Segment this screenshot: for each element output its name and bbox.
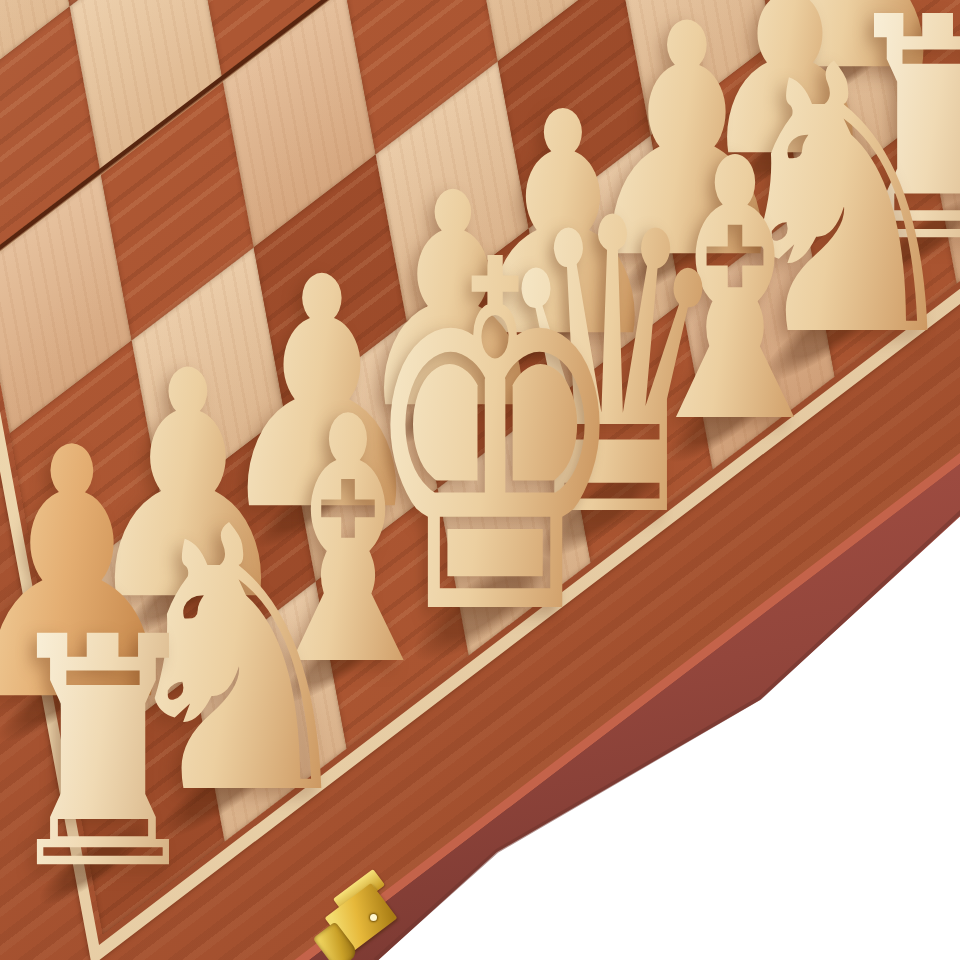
piece-white-rook-a1[interactable]: ♜ [0,596,208,913]
brass-clasp [300,870,440,960]
chess-set-photo: Angled close-up photo of a folding woode… [0,0,960,960]
clasp-screw-icon [370,914,377,921]
